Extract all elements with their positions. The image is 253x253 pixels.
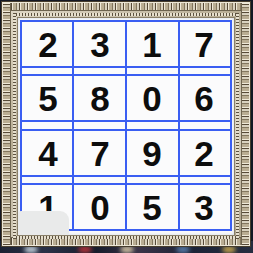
cell-r4c4[interactable]: 3 xyxy=(178,185,230,229)
grid-line-vertical xyxy=(230,20,232,231)
cell-r4c2[interactable]: 0 xyxy=(74,185,126,229)
corner-overlay-patch xyxy=(18,211,69,235)
background-light xyxy=(120,246,134,253)
background-light xyxy=(176,246,190,253)
cell-r2c2[interactable]: 8 xyxy=(74,76,126,120)
grid-line-vertical xyxy=(20,20,22,231)
cell-r1c1[interactable]: 2 xyxy=(22,22,74,66)
cell-r4c3[interactable]: 5 xyxy=(126,185,178,229)
grid-line-vertical xyxy=(178,20,180,231)
cell-r2c4[interactable]: 6 xyxy=(178,76,230,120)
frame-ornament-top xyxy=(3,3,249,11)
frame-inner-beading-bottom xyxy=(13,236,239,239)
frame-inner-beading-right xyxy=(236,13,239,239)
background-light xyxy=(78,246,92,253)
number-grid: 2 3 1 7 5 8 0 6 4 7 9 2 1 0 5 3 xyxy=(20,20,232,231)
cell-r1c4[interactable]: 7 xyxy=(178,22,230,66)
background-light xyxy=(24,246,38,253)
picture-frame: 2 3 1 7 5 8 0 6 4 7 9 2 1 0 5 3 xyxy=(1,1,251,247)
frame-ornament-right xyxy=(241,3,249,245)
background-light xyxy=(222,246,236,253)
frame-inner-beading-top xyxy=(13,13,239,16)
cell-r1c3[interactable]: 1 xyxy=(126,22,178,66)
cell-r3c4[interactable]: 2 xyxy=(178,131,230,175)
cell-r3c1[interactable]: 4 xyxy=(22,131,74,175)
cell-r1c2[interactable]: 3 xyxy=(74,22,126,66)
cell-r2c3[interactable]: 0 xyxy=(126,76,178,120)
white-matte-panel: 2 3 1 7 5 8 0 6 4 7 9 2 1 0 5 3 xyxy=(17,17,235,236)
frame-inner-beading-left xyxy=(13,13,16,239)
grid-line-vertical xyxy=(125,20,127,231)
grid-line-vertical xyxy=(72,20,74,231)
frame-ornament-left xyxy=(3,3,11,245)
cell-r2c1[interactable]: 5 xyxy=(22,76,74,120)
cell-r3c2[interactable]: 7 xyxy=(74,131,126,175)
cell-r3c3[interactable]: 9 xyxy=(126,131,178,175)
